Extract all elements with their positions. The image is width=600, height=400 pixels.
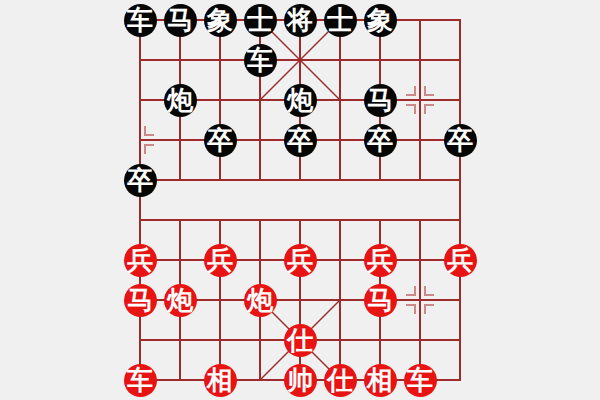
piece-red-chariot[interactable]: 车: [124, 364, 157, 397]
piece-grid: 车马象士将士象车炮炮马卒卒卒卒卒兵兵兵兵兵马炮炮马仕车相帅仕相车: [120, 0, 480, 400]
piece-black-soldier[interactable]: 卒: [284, 124, 317, 157]
piece-red-advisor[interactable]: 仕: [284, 324, 317, 357]
piece-black-horse[interactable]: 马: [364, 84, 397, 117]
piece-black-advisor[interactable]: 士: [244, 4, 277, 37]
piece-red-elephant[interactable]: 相: [204, 364, 237, 397]
piece-red-horse[interactable]: 马: [364, 284, 397, 317]
piece-red-soldier[interactable]: 兵: [364, 244, 397, 277]
piece-black-soldier[interactable]: 卒: [204, 124, 237, 157]
xiangqi-board: 车马象士将士象车炮炮马卒卒卒卒卒兵兵兵兵兵马炮炮马仕车相帅仕相车: [0, 0, 600, 400]
piece-black-elephant[interactable]: 象: [364, 4, 397, 37]
piece-red-soldier[interactable]: 兵: [284, 244, 317, 277]
piece-black-cannon[interactable]: 炮: [284, 84, 317, 117]
piece-red-chariot[interactable]: 车: [404, 364, 437, 397]
piece-red-soldier[interactable]: 兵: [204, 244, 237, 277]
piece-black-advisor[interactable]: 士: [324, 4, 357, 37]
piece-red-elephant[interactable]: 相: [364, 364, 397, 397]
piece-red-soldier[interactable]: 兵: [444, 244, 477, 277]
piece-red-soldier[interactable]: 兵: [124, 244, 157, 277]
piece-black-soldier[interactable]: 卒: [124, 164, 157, 197]
piece-black-cannon[interactable]: 炮: [164, 84, 197, 117]
piece-red-cannon[interactable]: 炮: [244, 284, 277, 317]
piece-black-general[interactable]: 将: [284, 4, 317, 37]
piece-black-elephant[interactable]: 象: [204, 4, 237, 37]
piece-black-horse[interactable]: 马: [164, 4, 197, 37]
piece-red-general[interactable]: 帅: [284, 364, 317, 397]
piece-black-soldier[interactable]: 卒: [444, 124, 477, 157]
piece-red-advisor[interactable]: 仕: [324, 364, 357, 397]
piece-black-soldier[interactable]: 卒: [364, 124, 397, 157]
piece-red-cannon[interactable]: 炮: [164, 284, 197, 317]
piece-black-chariot[interactable]: 车: [124, 4, 157, 37]
piece-black-chariot[interactable]: 车: [244, 44, 277, 77]
piece-red-horse[interactable]: 马: [124, 284, 157, 317]
